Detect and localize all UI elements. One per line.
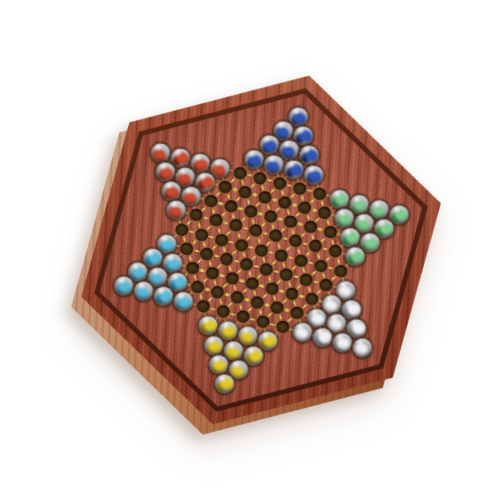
brass-inlay-dash [227, 265, 231, 272]
brass-inlay-dash [188, 255, 192, 262]
brass-inlay-dash [219, 274, 226, 278]
brass-inlay-dash [186, 219, 192, 225]
brass-inlay-dash [282, 237, 289, 241]
brass-inlay-dash [233, 260, 240, 264]
brass-inlay-dash [269, 187, 275, 193]
brass-inlay-dash [213, 254, 220, 258]
brass-inlay-dash [249, 182, 255, 188]
brass-inlay-dash [287, 256, 294, 260]
brass-inlay-dash [222, 246, 226, 253]
brass-inlay-dash [245, 235, 251, 241]
brass-inlay-dash [285, 209, 289, 216]
board-grid [33, 29, 489, 471]
brass-inlay-dash [309, 198, 315, 204]
brass-inlay-dash [282, 262, 286, 269]
brass-inlay-dash [276, 242, 280, 249]
brass-inlay-dash [256, 237, 260, 244]
brass-inlay-dash [209, 307, 216, 311]
chinese-checkers-board [33, 29, 489, 471]
brass-inlay-dash [296, 247, 300, 254]
brass-inlay-dash [229, 177, 235, 183]
brass-inlay-dash [257, 212, 264, 216]
brass-inlay-dash [293, 275, 300, 279]
brass-inlay-dash [287, 281, 291, 288]
brass-inlay-dash [286, 184, 293, 188]
brass-inlay-dash [242, 251, 246, 258]
brass-inlay-dash [298, 294, 305, 298]
brass-inlay-dash [225, 230, 231, 236]
brass-inlay-dash [266, 179, 273, 183]
brass-inlay-dash [246, 174, 253, 178]
brass-inlay-dash [271, 198, 278, 202]
brass-inlay-dash [297, 222, 304, 226]
brass-inlay-dash [311, 208, 318, 212]
brass-inlay-dash [237, 207, 244, 211]
brass-inlay-dash [228, 240, 235, 244]
brass-inlay-dash [238, 279, 245, 283]
brass-inlay-dash [301, 267, 305, 274]
brass-inlay-dash [202, 241, 206, 248]
brass-inlay-dash [300, 195, 304, 202]
brass-inlay-dash [217, 202, 224, 206]
marble-white[interactable] [349, 336, 374, 360]
brass-inlay-dash [232, 188, 239, 192]
product-photo [0, 0, 500, 500]
brass-inlay-dash [262, 256, 266, 263]
brass-inlay-dash [307, 261, 314, 265]
brass-inlay-dash [277, 217, 284, 221]
brass-inlay-dash [273, 270, 280, 274]
brass-inlay-dash [264, 303, 271, 307]
brass-inlay-dash [325, 255, 331, 261]
brass-inlay-dash [306, 189, 313, 193]
brass-inlay-dash [285, 245, 291, 251]
brass-inlay-dash [199, 269, 206, 273]
brass-inlay-dash [204, 288, 211, 292]
brass-inlay-dash [252, 193, 259, 197]
brass-inlay-dash [336, 258, 340, 265]
brass-inlay-dash [258, 284, 265, 288]
brass-inlay-dash [284, 308, 291, 312]
brass-inlay-dash [253, 265, 260, 269]
brass-inlay-dash [291, 203, 298, 207]
brass-inlay-dash [207, 260, 211, 267]
brass-inlay-dash [302, 242, 309, 246]
brass-inlay-dash [188, 230, 195, 234]
brass-inlay-dash [289, 192, 295, 198]
brass-inlay-dash [244, 298, 251, 302]
brass-inlay-dash [322, 247, 329, 251]
brass-inlay-dash [229, 312, 236, 316]
brass-inlay-dash [217, 227, 221, 234]
brass-inlay-dash [268, 251, 275, 255]
brass-inlay-dash [224, 293, 231, 297]
brass-inlay-dash [182, 236, 186, 243]
brass-inlay-dash [267, 276, 271, 283]
brass-inlay-dash [197, 222, 201, 229]
brass-inlay-dash [203, 216, 210, 220]
brass-inlay-dash [321, 272, 325, 279]
brass-inlay-dash [249, 317, 256, 321]
brass-inlay-dash [242, 226, 249, 230]
brass-inlay-dash [305, 250, 311, 256]
brass-inlay-dash [208, 235, 215, 239]
brass-inlay-dash [222, 221, 229, 225]
brass-inlay-dash [327, 266, 334, 270]
brass-inlay-dash [307, 286, 311, 293]
brass-inlay-dash [237, 232, 241, 239]
brass-inlay-dash [206, 224, 212, 230]
brass-inlay-dash [278, 289, 285, 293]
brass-inlay-dash [248, 246, 255, 250]
brass-inlay-dash [193, 249, 200, 253]
marble-red[interactable] [148, 140, 173, 164]
brass-inlay-dash [316, 253, 320, 260]
brass-inlay-dash [269, 323, 276, 327]
brass-inlay-dash [262, 231, 269, 235]
brass-inlay-dash [313, 280, 320, 284]
brass-inlay-dash [317, 228, 324, 232]
brass-inlay-dash [247, 270, 251, 277]
brass-inlay-dash [265, 240, 271, 246]
brass-inlay-dash [246, 199, 250, 206]
